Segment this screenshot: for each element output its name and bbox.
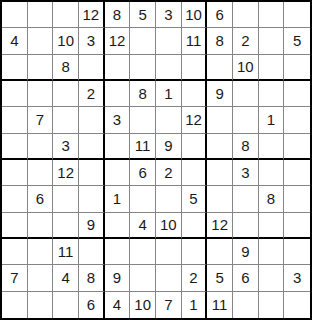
cell-r7c10-given[interactable]: 3 (233, 160, 259, 186)
cell-r8c3-empty[interactable] (53, 186, 79, 212)
cell-r1c6-given[interactable]: 5 (130, 2, 156, 28)
cell-r11c9-given[interactable]: 5 (207, 265, 233, 291)
cell-r4c8-empty[interactable] (182, 81, 208, 107)
cell-r9c12-empty[interactable] (284, 213, 310, 239)
cell-r1c10-empty[interactable] (233, 2, 259, 28)
cell-r3c2-empty[interactable] (28, 55, 54, 81)
cell-r2c10-given[interactable]: 2 (233, 28, 259, 54)
cell-r1c1-empty[interactable] (2, 2, 28, 28)
cell-r5c7-empty[interactable] (156, 107, 182, 133)
cell-r7c4-empty[interactable] (79, 160, 105, 186)
cell-r9c2-empty[interactable] (28, 213, 54, 239)
cell-r1c8-given[interactable]: 10 (182, 2, 208, 28)
cell-r1c3-empty[interactable] (53, 2, 79, 28)
cell-r6c1-empty[interactable] (2, 134, 28, 160)
cell-r5c2-given[interactable]: 7 (28, 107, 54, 133)
cell-r9c4-given[interactable]: 9 (79, 213, 105, 239)
cell-r5c10-empty[interactable] (233, 107, 259, 133)
cell-r10c2-empty[interactable] (28, 239, 54, 265)
cell-r9c9-given[interactable]: 12 (207, 213, 233, 239)
cell-r7c2-empty[interactable] (28, 160, 54, 186)
cell-r3c12-empty[interactable] (284, 55, 310, 81)
cell-r10c12-empty[interactable] (284, 239, 310, 265)
cell-r6c8-empty[interactable] (182, 134, 208, 160)
cell-r1c12-empty[interactable] (284, 2, 310, 28)
cell-r3c10-given[interactable]: 10 (233, 55, 259, 81)
cell-r11c4-given[interactable]: 8 (79, 265, 105, 291)
cell-r3c5-empty[interactable] (105, 55, 131, 81)
cell-r2c3-given[interactable]: 10 (53, 28, 79, 54)
cell-r12c1-empty[interactable] (2, 292, 28, 318)
cell-r7c6-given[interactable]: 6 (130, 160, 156, 186)
cell-r6c9-empty[interactable] (207, 134, 233, 160)
cell-r2c8-given[interactable]: 11 (182, 28, 208, 54)
cell-r2c2-empty[interactable] (28, 28, 54, 54)
cell-r12c12-empty[interactable] (284, 292, 310, 318)
cell-r2c9-given[interactable]: 8 (207, 28, 233, 54)
cell-r12c5-given[interactable]: 4 (105, 292, 131, 318)
cell-r8c11-given[interactable]: 8 (259, 186, 285, 212)
cell-r11c10-given[interactable]: 6 (233, 265, 259, 291)
cell-r3c8-empty[interactable] (182, 55, 208, 81)
cell-r7c1-empty[interactable] (2, 160, 28, 186)
cell-r4c5-empty[interactable] (105, 81, 131, 107)
cell-r5c12-empty[interactable] (284, 107, 310, 133)
cell-r9c7-given[interactable]: 10 (156, 213, 182, 239)
cell-r2c12-given[interactable]: 5 (284, 28, 310, 54)
cell-r11c5-given[interactable]: 9 (105, 265, 131, 291)
cell-r6c2-empty[interactable] (28, 134, 54, 160)
cell-r10c9-empty[interactable] (207, 239, 233, 265)
cell-r8c10-empty[interactable] (233, 186, 259, 212)
cell-r3c11-empty[interactable] (259, 55, 285, 81)
cell-r12c3-empty[interactable] (53, 292, 79, 318)
cell-r11c2-empty[interactable] (28, 265, 54, 291)
sudoku-board: 1285310641031211825810281973121311981262… (0, 0, 312, 320)
cell-r7c9-empty[interactable] (207, 160, 233, 186)
cell-r7c8-empty[interactable] (182, 160, 208, 186)
cell-r6c3-given[interactable]: 3 (53, 134, 79, 160)
cell-r8c4-empty[interactable] (79, 186, 105, 212)
cell-r5c5-given[interactable]: 3 (105, 107, 131, 133)
cell-r4c7-given[interactable]: 1 (156, 81, 182, 107)
cell-r12c8-given[interactable]: 1 (182, 292, 208, 318)
cell-r12c10-empty[interactable] (233, 292, 259, 318)
cell-r4c6-given[interactable]: 8 (130, 81, 156, 107)
cell-r1c7-given[interactable]: 3 (156, 2, 182, 28)
cell-r2c7-empty[interactable] (156, 28, 182, 54)
cell-r10c10-given[interactable]: 9 (233, 239, 259, 265)
cell-r3c3-given[interactable]: 8 (53, 55, 79, 81)
cell-r5c3-empty[interactable] (53, 107, 79, 133)
cell-r1c9-given[interactable]: 6 (207, 2, 233, 28)
cell-r10c1-empty[interactable] (2, 239, 28, 265)
cell-r11c1-given[interactable]: 7 (2, 265, 28, 291)
cell-r2c4-given[interactable]: 3 (79, 28, 105, 54)
cell-r5c4-empty[interactable] (79, 107, 105, 133)
cell-r10c8-empty[interactable] (182, 239, 208, 265)
cell-r12c11-empty[interactable] (259, 292, 285, 318)
cell-r4c3-empty[interactable] (53, 81, 79, 107)
cell-r10c11-empty[interactable] (259, 239, 285, 265)
cell-r8c6-empty[interactable] (130, 186, 156, 212)
cell-r12c6-given[interactable]: 10 (130, 292, 156, 318)
cell-r4c11-empty[interactable] (259, 81, 285, 107)
cell-r6c11-empty[interactable] (259, 134, 285, 160)
cell-r11c12-given[interactable]: 3 (284, 265, 310, 291)
cell-r8c2-given[interactable]: 6 (28, 186, 54, 212)
cell-r9c3-empty[interactable] (53, 213, 79, 239)
cell-r7c5-empty[interactable] (105, 160, 131, 186)
cell-r1c2-empty[interactable] (28, 2, 54, 28)
cell-r8c7-empty[interactable] (156, 186, 182, 212)
cell-r5c11-given[interactable]: 1 (259, 107, 285, 133)
cell-r2c1-given[interactable]: 4 (2, 28, 28, 54)
cell-r9c5-empty[interactable] (105, 213, 131, 239)
cell-r12c9-given[interactable]: 11 (207, 292, 233, 318)
cell-r4c1-empty[interactable] (2, 81, 28, 107)
cell-r11c6-empty[interactable] (130, 265, 156, 291)
cell-r1c11-empty[interactable] (259, 2, 285, 28)
cell-r8c9-empty[interactable] (207, 186, 233, 212)
cell-r4c9-given[interactable]: 9 (207, 81, 233, 107)
cell-r6c12-empty[interactable] (284, 134, 310, 160)
cell-r8c12-empty[interactable] (284, 186, 310, 212)
cell-r9c1-empty[interactable] (2, 213, 28, 239)
cell-r9c10-empty[interactable] (233, 213, 259, 239)
cell-r6c10-given[interactable]: 8 (233, 134, 259, 160)
cell-r6c5-empty[interactable] (105, 134, 131, 160)
sudoku-page: 1285310641031211825810281973121311981262… (0, 0, 312, 320)
cell-r3c4-empty[interactable] (79, 55, 105, 81)
cell-r6c4-empty[interactable] (79, 134, 105, 160)
cell-r10c4-empty[interactable] (79, 239, 105, 265)
cell-r8c1-empty[interactable] (2, 186, 28, 212)
cell-r10c3-given[interactable]: 11 (53, 239, 79, 265)
cell-r11c7-empty[interactable] (156, 265, 182, 291)
cell-r2c5-given[interactable]: 12 (105, 28, 131, 54)
cell-r9c11-empty[interactable] (259, 213, 285, 239)
cell-r7c3-given[interactable]: 12 (53, 160, 79, 186)
cell-r5c8-given[interactable]: 12 (182, 107, 208, 133)
cell-r7c12-empty[interactable] (284, 160, 310, 186)
cell-r7c7-given[interactable]: 2 (156, 160, 182, 186)
cell-r4c4-given[interactable]: 2 (79, 81, 105, 107)
cell-r11c3-given[interactable]: 4 (53, 265, 79, 291)
cell-r11c11-empty[interactable] (259, 265, 285, 291)
cell-r1c5-given[interactable]: 8 (105, 2, 131, 28)
cell-r5c9-empty[interactable] (207, 107, 233, 133)
cell-r3c1-empty[interactable] (2, 55, 28, 81)
cell-r2c6-empty[interactable] (130, 28, 156, 54)
cell-r12c4-given[interactable]: 6 (79, 292, 105, 318)
cell-r5c1-empty[interactable] (2, 107, 28, 133)
cell-r10c6-empty[interactable] (130, 239, 156, 265)
cell-r5c6-empty[interactable] (130, 107, 156, 133)
cell-r3c7-empty[interactable] (156, 55, 182, 81)
cell-r1c4-given[interactable]: 12 (79, 2, 105, 28)
cell-r4c12-empty[interactable] (284, 81, 310, 107)
cell-r4c2-empty[interactable] (28, 81, 54, 107)
cell-r12c2-empty[interactable] (28, 292, 54, 318)
cell-r10c7-empty[interactable] (156, 239, 182, 265)
cell-r9c8-empty[interactable] (182, 213, 208, 239)
cell-r11c8-given[interactable]: 2 (182, 265, 208, 291)
cell-r6c7-given[interactable]: 9 (156, 134, 182, 160)
cell-r4c10-empty[interactable] (233, 81, 259, 107)
cell-r3c9-empty[interactable] (207, 55, 233, 81)
cell-r9c6-given[interactable]: 4 (130, 213, 156, 239)
cell-r3c6-empty[interactable] (130, 55, 156, 81)
cell-r8c8-given[interactable]: 5 (182, 186, 208, 212)
cell-r6c6-given[interactable]: 11 (130, 134, 156, 160)
cell-r8c5-given[interactable]: 1 (105, 186, 131, 212)
cell-r2c11-empty[interactable] (259, 28, 285, 54)
cell-r10c5-empty[interactable] (105, 239, 131, 265)
cell-r12c7-given[interactable]: 7 (156, 292, 182, 318)
cell-r7c11-empty[interactable] (259, 160, 285, 186)
